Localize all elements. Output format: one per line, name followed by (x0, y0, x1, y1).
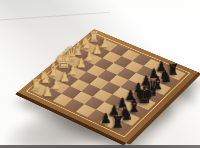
table-edge (0, 145, 200, 148)
chess-set-photo: ♜♟♟♜♞♟♟♞♝♟♟♝♛♟♟♛♚♟♟♚♝♟♟♝♞♟♟♞♜♟♟♜ (0, 0, 200, 148)
backdrop-seam (0, 12, 110, 21)
black-rook[interactable]: ♜ (111, 115, 126, 131)
white-pawn[interactable]: ♟ (41, 85, 55, 98)
